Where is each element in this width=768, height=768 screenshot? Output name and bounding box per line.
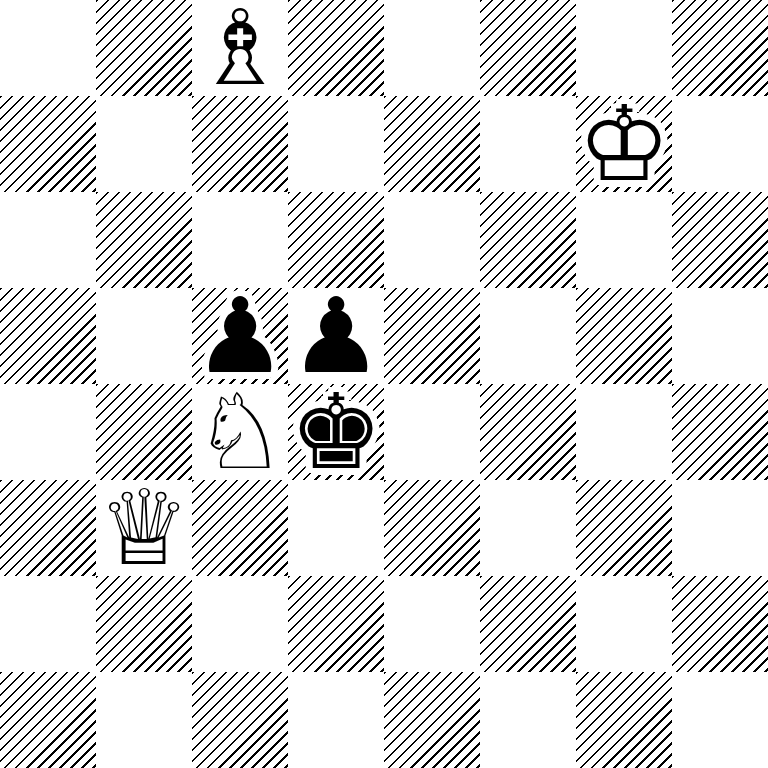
- square-h7[interactable]: [672, 96, 768, 192]
- square-a7[interactable]: [0, 96, 96, 192]
- black-pawn-fill-glyph: ♟: [192, 288, 288, 384]
- square-g4[interactable]: [576, 384, 672, 480]
- square-b3[interactable]: ♛♕: [96, 480, 192, 576]
- black-king-fill-glyph: ♚: [288, 384, 384, 480]
- square-d5[interactable]: ♟: [288, 288, 384, 384]
- square-e5[interactable]: [384, 288, 480, 384]
- square-f2[interactable]: [480, 576, 576, 672]
- square-g8[interactable]: [576, 0, 672, 96]
- piece-black-pawn-c5[interactable]: ♟: [192, 288, 288, 384]
- square-f3[interactable]: [480, 480, 576, 576]
- square-a3[interactable]: [0, 480, 96, 576]
- square-f5[interactable]: [480, 288, 576, 384]
- square-c8[interactable]: ♝♗: [192, 0, 288, 96]
- piece-white-king-g7[interactable]: ♚♔: [576, 96, 672, 192]
- square-a2[interactable]: [0, 576, 96, 672]
- square-g3[interactable]: [576, 480, 672, 576]
- square-b7[interactable]: [96, 96, 192, 192]
- square-e4[interactable]: [384, 384, 480, 480]
- square-d1[interactable]: [288, 672, 384, 768]
- square-f4[interactable]: [480, 384, 576, 480]
- square-g1[interactable]: [576, 672, 672, 768]
- square-e3[interactable]: [384, 480, 480, 576]
- square-e8[interactable]: [384, 0, 480, 96]
- square-f7[interactable]: [480, 96, 576, 192]
- piece-black-pawn-d5[interactable]: ♟: [288, 288, 384, 384]
- square-d8[interactable]: [288, 0, 384, 96]
- square-h6[interactable]: [672, 192, 768, 288]
- square-b5[interactable]: [96, 288, 192, 384]
- square-h8[interactable]: [672, 0, 768, 96]
- square-d4[interactable]: ♚: [288, 384, 384, 480]
- white-knight-outline-glyph: ♘: [192, 384, 288, 480]
- square-h5[interactable]: [672, 288, 768, 384]
- square-d6[interactable]: [288, 192, 384, 288]
- square-c5[interactable]: ♟: [192, 288, 288, 384]
- square-g5[interactable]: [576, 288, 672, 384]
- square-c4[interactable]: ♞♘: [192, 384, 288, 480]
- square-c7[interactable]: [192, 96, 288, 192]
- white-bishop-outline-glyph: ♗: [192, 0, 288, 96]
- square-c2[interactable]: [192, 576, 288, 672]
- piece-white-queen-b3[interactable]: ♛♕: [96, 480, 192, 576]
- square-f6[interactable]: [480, 192, 576, 288]
- black-pawn-fill-glyph: ♟: [288, 288, 384, 384]
- piece-white-bishop-c8[interactable]: ♝♗: [192, 0, 288, 96]
- square-g2[interactable]: [576, 576, 672, 672]
- chess-board: ♝♗♚♔♟♟♞♘♚♛♕: [0, 0, 768, 768]
- square-a4[interactable]: [0, 384, 96, 480]
- white-queen-outline-glyph: ♕: [96, 480, 192, 576]
- square-e6[interactable]: [384, 192, 480, 288]
- square-c6[interactable]: [192, 192, 288, 288]
- square-f8[interactable]: [480, 0, 576, 96]
- piece-white-knight-c4[interactable]: ♞♘: [192, 384, 288, 480]
- square-e1[interactable]: [384, 672, 480, 768]
- square-b1[interactable]: [96, 672, 192, 768]
- square-d7[interactable]: [288, 96, 384, 192]
- square-h4[interactable]: [672, 384, 768, 480]
- square-a6[interactable]: [0, 192, 96, 288]
- square-h1[interactable]: [672, 672, 768, 768]
- square-b8[interactable]: [96, 0, 192, 96]
- square-a1[interactable]: [0, 672, 96, 768]
- square-g7[interactable]: ♚♔: [576, 96, 672, 192]
- square-b4[interactable]: [96, 384, 192, 480]
- square-b6[interactable]: [96, 192, 192, 288]
- square-d3[interactable]: [288, 480, 384, 576]
- square-d2[interactable]: [288, 576, 384, 672]
- white-king-outline-glyph: ♔: [576, 96, 672, 192]
- square-e2[interactable]: [384, 576, 480, 672]
- piece-black-king-d4[interactable]: ♚: [288, 384, 384, 480]
- square-f1[interactable]: [480, 672, 576, 768]
- square-b2[interactable]: [96, 576, 192, 672]
- square-c3[interactable]: [192, 480, 288, 576]
- square-h3[interactable]: [672, 480, 768, 576]
- square-h2[interactable]: [672, 576, 768, 672]
- square-a8[interactable]: [0, 0, 96, 96]
- square-e7[interactable]: [384, 96, 480, 192]
- square-a5[interactable]: [0, 288, 96, 384]
- square-c1[interactable]: [192, 672, 288, 768]
- square-g6[interactable]: [576, 192, 672, 288]
